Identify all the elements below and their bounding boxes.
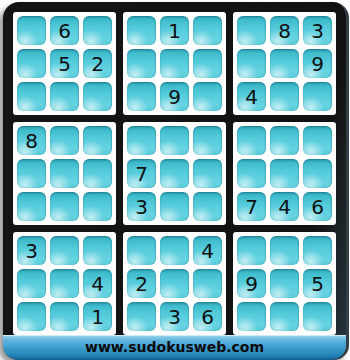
cell-r7c3[interactable] <box>83 236 112 265</box>
cell-r1c5[interactable]: 1 <box>160 16 189 45</box>
cell-r9c7[interactable] <box>237 302 266 331</box>
block-2-3: 746 <box>233 122 336 225</box>
sudoku-board-grid: 652198394873746341423695 <box>13 12 336 335</box>
cell-r4c2[interactable] <box>50 126 79 155</box>
block-3-3: 95 <box>233 232 336 335</box>
cell-r2c1[interactable] <box>17 49 46 78</box>
cell-r8c1[interactable] <box>17 269 46 298</box>
cell-r4c8[interactable] <box>270 126 299 155</box>
block-3-2: 4236 <box>123 232 226 335</box>
cell-r6c2[interactable] <box>50 192 79 221</box>
cell-r7c4[interactable] <box>127 236 156 265</box>
cell-r9c2[interactable] <box>50 302 79 331</box>
cell-r4c9[interactable] <box>303 126 332 155</box>
cell-r9c1[interactable] <box>17 302 46 331</box>
cell-r1c9[interactable]: 3 <box>303 16 332 45</box>
cell-r6c9[interactable]: 6 <box>303 192 332 221</box>
cell-r7c1[interactable]: 3 <box>17 236 46 265</box>
cell-r6c6[interactable] <box>193 192 222 221</box>
cell-r5c9[interactable] <box>303 159 332 188</box>
cell-r1c7[interactable] <box>237 16 266 45</box>
cell-r5c7[interactable] <box>237 159 266 188</box>
cell-r7c9[interactable] <box>303 236 332 265</box>
cell-r8c3[interactable]: 4 <box>83 269 112 298</box>
cell-r3c9[interactable] <box>303 82 332 111</box>
cell-r9c4[interactable] <box>127 302 156 331</box>
cell-r4c1[interactable]: 8 <box>17 126 46 155</box>
cell-r3c1[interactable] <box>17 82 46 111</box>
cell-r3c8[interactable] <box>270 82 299 111</box>
cell-r6c4[interactable]: 3 <box>127 192 156 221</box>
cell-r6c5[interactable] <box>160 192 189 221</box>
block-2-1: 8 <box>13 122 116 225</box>
cell-r5c4[interactable]: 7 <box>127 159 156 188</box>
cell-r2c3[interactable]: 2 <box>83 49 112 78</box>
cell-r9c9[interactable] <box>303 302 332 331</box>
block-1-2: 19 <box>123 12 226 115</box>
block-1-1: 652 <box>13 12 116 115</box>
sudoku-board: 652198394873746341423695 www.sudokusweb.… <box>3 2 349 360</box>
cell-r9c3[interactable]: 1 <box>83 302 112 331</box>
cell-r7c5[interactable] <box>160 236 189 265</box>
cell-r8c4[interactable]: 2 <box>127 269 156 298</box>
cell-r6c7[interactable]: 7 <box>237 192 266 221</box>
cell-r2c5[interactable] <box>160 49 189 78</box>
cell-r7c8[interactable] <box>270 236 299 265</box>
cell-r8c5[interactable] <box>160 269 189 298</box>
cell-r6c8[interactable]: 4 <box>270 192 299 221</box>
cell-r8c9[interactable]: 5 <box>303 269 332 298</box>
cell-r4c3[interactable] <box>83 126 112 155</box>
cell-r5c1[interactable] <box>17 159 46 188</box>
cell-r3c3[interactable] <box>83 82 112 111</box>
cell-r1c1[interactable] <box>17 16 46 45</box>
cell-r2c7[interactable] <box>237 49 266 78</box>
cell-r5c8[interactable] <box>270 159 299 188</box>
cell-r8c6[interactable] <box>193 269 222 298</box>
cell-r1c2[interactable]: 6 <box>50 16 79 45</box>
cell-r5c5[interactable] <box>160 159 189 188</box>
cell-r7c6[interactable]: 4 <box>193 236 222 265</box>
cell-r8c7[interactable]: 9 <box>237 269 266 298</box>
cell-r5c6[interactable] <box>193 159 222 188</box>
footer-url: www.sudokusweb.com <box>3 335 346 360</box>
cell-r8c8[interactable] <box>270 269 299 298</box>
cell-r5c2[interactable] <box>50 159 79 188</box>
cell-r6c1[interactable] <box>17 192 46 221</box>
cell-r3c4[interactable] <box>127 82 156 111</box>
cell-r9c8[interactable] <box>270 302 299 331</box>
cell-r3c7[interactable]: 4 <box>237 82 266 111</box>
cell-r2c6[interactable] <box>193 49 222 78</box>
cell-r4c4[interactable] <box>127 126 156 155</box>
block-3-1: 341 <box>13 232 116 335</box>
block-2-2: 73 <box>123 122 226 225</box>
cell-r4c5[interactable] <box>160 126 189 155</box>
cell-r2c2[interactable]: 5 <box>50 49 79 78</box>
cell-r3c2[interactable] <box>50 82 79 111</box>
cell-r1c3[interactable] <box>83 16 112 45</box>
cell-r2c8[interactable] <box>270 49 299 78</box>
cell-r7c2[interactable] <box>50 236 79 265</box>
cell-r9c6[interactable]: 6 <box>193 302 222 331</box>
cell-r2c9[interactable]: 9 <box>303 49 332 78</box>
cell-r1c6[interactable] <box>193 16 222 45</box>
cell-r4c6[interactable] <box>193 126 222 155</box>
cell-r7c7[interactable] <box>237 236 266 265</box>
cell-r1c8[interactable]: 8 <box>270 16 299 45</box>
cell-r9c5[interactable]: 3 <box>160 302 189 331</box>
cell-r5c3[interactable] <box>83 159 112 188</box>
cell-r8c2[interactable] <box>50 269 79 298</box>
cell-r3c5[interactable]: 9 <box>160 82 189 111</box>
cell-r1c4[interactable] <box>127 16 156 45</box>
cell-r6c3[interactable] <box>83 192 112 221</box>
cell-r4c7[interactable] <box>237 126 266 155</box>
block-1-3: 8394 <box>233 12 336 115</box>
cell-r3c6[interactable] <box>193 82 222 111</box>
cell-r2c4[interactable] <box>127 49 156 78</box>
